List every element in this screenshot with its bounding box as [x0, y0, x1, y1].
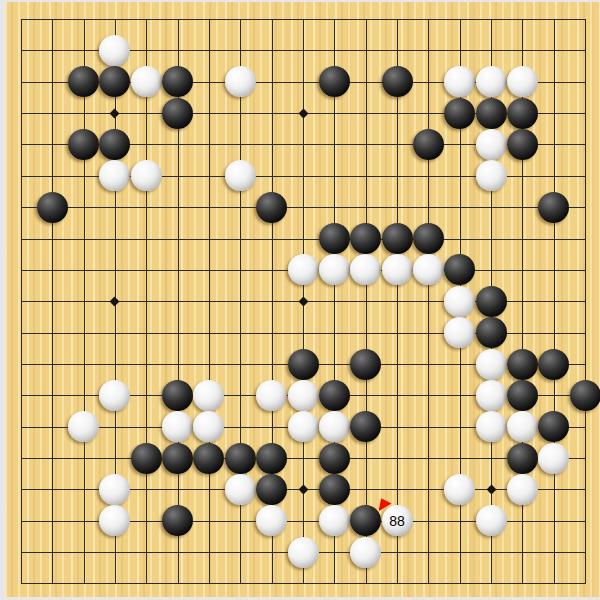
grid-line	[428, 19, 429, 584]
stone-white	[476, 160, 507, 191]
stone-black	[319, 443, 350, 474]
stone-white	[350, 254, 381, 285]
stone-white	[131, 66, 162, 97]
stone-white	[99, 505, 130, 536]
stone-black	[538, 192, 569, 223]
stone-black	[570, 380, 600, 411]
stone-black	[444, 98, 475, 129]
stone-white	[225, 66, 256, 97]
stone-black	[37, 192, 68, 223]
stone-black	[162, 505, 193, 536]
stone-white	[476, 129, 507, 160]
stone-white	[476, 349, 507, 380]
stone-black	[193, 443, 224, 474]
stone-white	[288, 411, 319, 442]
stone-black	[538, 349, 569, 380]
stone-black	[162, 98, 193, 129]
stone-black	[99, 66, 130, 97]
stone-white	[288, 254, 319, 285]
stone-white	[444, 317, 475, 348]
stone-white	[225, 474, 256, 505]
star-point	[298, 484, 308, 494]
stone-black	[350, 349, 381, 380]
stone-white	[413, 254, 444, 285]
grid-line	[397, 19, 398, 584]
stone-white	[319, 411, 350, 442]
stone-black	[68, 66, 99, 97]
grid-line	[554, 19, 555, 584]
stone-white	[288, 380, 319, 411]
stone-white	[131, 160, 162, 191]
stone-white	[99, 35, 130, 66]
stone-black	[131, 443, 162, 474]
stone-black	[476, 317, 507, 348]
stone-black	[319, 66, 350, 97]
stone-white	[507, 411, 538, 442]
stone-white	[350, 537, 381, 568]
stone-white	[99, 474, 130, 505]
stone-white	[319, 254, 350, 285]
grid-line	[585, 19, 586, 584]
stone-white	[476, 66, 507, 97]
stone-black	[99, 129, 130, 160]
stone-black	[162, 443, 193, 474]
move-number-label: 88	[382, 505, 413, 536]
stone-white	[193, 380, 224, 411]
stone-white	[225, 160, 256, 191]
stone-white	[538, 443, 569, 474]
grid-line	[366, 19, 367, 584]
stone-white: 88	[382, 505, 413, 536]
go-board[interactable]: 88	[5, 2, 600, 597]
stone-black	[256, 192, 287, 223]
stone-black	[476, 286, 507, 317]
stone-black	[476, 98, 507, 129]
star-point	[298, 108, 308, 118]
stone-black	[507, 443, 538, 474]
stone-white	[476, 411, 507, 442]
stone-black	[538, 411, 569, 442]
stone-black	[382, 223, 413, 254]
stone-black	[256, 474, 287, 505]
stone-black	[68, 129, 99, 160]
grid-line	[21, 583, 586, 584]
stone-white	[444, 66, 475, 97]
stone-black	[382, 66, 413, 97]
stone-black	[319, 380, 350, 411]
stone-black	[507, 98, 538, 129]
stone-black	[288, 349, 319, 380]
stone-black	[413, 223, 444, 254]
stone-black	[319, 223, 350, 254]
stone-black	[444, 254, 475, 285]
stone-white	[99, 160, 130, 191]
stone-black	[413, 129, 444, 160]
grid-line	[21, 458, 586, 459]
stone-black	[507, 349, 538, 380]
stone-black	[225, 443, 256, 474]
star-point	[110, 108, 120, 118]
stone-black	[350, 505, 381, 536]
stone-white	[444, 286, 475, 317]
stone-white	[476, 380, 507, 411]
stone-black	[350, 411, 381, 442]
stone-black	[162, 66, 193, 97]
stone-white	[507, 474, 538, 505]
stone-black	[507, 129, 538, 160]
stone-white	[444, 474, 475, 505]
stone-white	[193, 411, 224, 442]
stone-white	[256, 505, 287, 536]
stone-white	[162, 411, 193, 442]
stone-black	[256, 443, 287, 474]
stone-white	[99, 380, 130, 411]
stone-white	[288, 537, 319, 568]
stone-black	[507, 380, 538, 411]
stone-black	[319, 474, 350, 505]
star-point	[298, 296, 308, 306]
stone-black	[162, 380, 193, 411]
star-point	[110, 296, 120, 306]
stone-white	[507, 66, 538, 97]
stone-white	[68, 411, 99, 442]
stone-white	[476, 505, 507, 536]
stone-black	[350, 223, 381, 254]
star-point	[486, 484, 496, 494]
stone-white	[319, 505, 350, 536]
stone-white	[382, 254, 413, 285]
stone-white	[256, 380, 287, 411]
